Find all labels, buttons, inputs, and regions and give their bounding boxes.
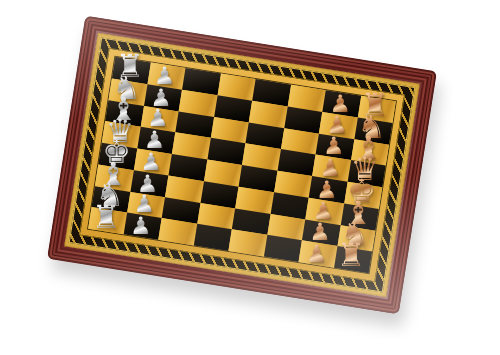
square-r7c1[interactable]: ♟ [123, 213, 161, 240]
wooden-frame: ♜♟♟♜♞♟♟♞♝♟♟♝♛♟♟♛♚♟♟♚♝♟♟♝♞♟♟♞♜♟♟♜ [47, 16, 437, 315]
square-r7c7[interactable]: ♜ [334, 246, 372, 273]
silver-rook[interactable]: ♜ [92, 201, 121, 233]
gold-pawn[interactable]: ♟ [306, 242, 328, 266]
outer-gold-stripe: ♜♟♟♜♞♟♟♞♝♟♟♝♛♟♟♛♚♟♟♚♝♟♟♝♞♟♟♞♜♟♟♜ [64, 33, 420, 297]
square-r7c3[interactable] [193, 224, 231, 251]
square-r7c0[interactable]: ♜ [88, 207, 126, 234]
square-r7c6[interactable]: ♟ [299, 241, 337, 268]
board-inner-margin: ♜♟♟♜♞♟♟♞♝♟♟♝♛♟♟♛♚♟♟♚♝♟♟♝♞♟♟♞♜♟♟♜ [79, 48, 405, 283]
square-r7c5[interactable] [263, 235, 301, 262]
chess-board: ♜♟♟♜♞♟♟♞♝♟♟♝♛♟♟♛♚♟♟♚♝♟♟♝♞♟♟♞♜♟♟♜ [87, 56, 397, 275]
square-r7c2[interactable] [158, 218, 196, 245]
silver-pawn[interactable]: ♟ [130, 214, 152, 238]
square-r7c4[interactable] [228, 229, 266, 256]
chessboard-assembly: ♜♟♟♜♞♟♟♞♝♟♟♝♛♟♟♛♚♟♟♚♝♟♟♝♞♟♟♞♜♟♟♜ [47, 16, 437, 315]
gold-rook[interactable]: ♜ [337, 239, 366, 271]
product-photo: ♜♟♟♜♞♟♟♞♝♟♟♝♛♟♟♛♚♟♟♚♝♟♟♝♞♟♟♞♜♟♟♜ [0, 0, 500, 355]
decorative-chain-border: ♜♟♟♜♞♟♟♞♝♟♟♝♛♟♟♛♚♟♟♚♝♟♟♝♞♟♟♞♜♟♟♜ [69, 37, 416, 292]
